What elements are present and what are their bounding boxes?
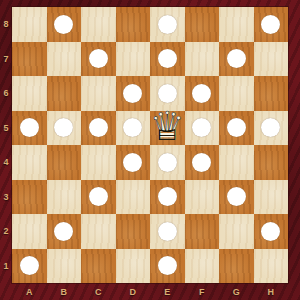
queen-move-dot-g3 bbox=[227, 187, 246, 206]
square-h7[interactable] bbox=[254, 42, 289, 77]
queen-move-dot-e1 bbox=[158, 256, 177, 275]
square-a4[interactable] bbox=[12, 145, 47, 180]
square-g3[interactable] bbox=[219, 180, 254, 215]
square-h1[interactable] bbox=[254, 249, 289, 284]
square-a5[interactable] bbox=[12, 111, 47, 146]
queen-move-dot-b8 bbox=[54, 15, 73, 34]
file-label-f: F bbox=[185, 283, 220, 300]
square-h2[interactable] bbox=[254, 214, 289, 249]
square-d4[interactable] bbox=[116, 145, 151, 180]
queen-move-dot-h8 bbox=[261, 15, 280, 34]
square-f2[interactable] bbox=[185, 214, 220, 249]
square-g2[interactable] bbox=[219, 214, 254, 249]
square-e5[interactable]: ♛♕ bbox=[150, 111, 185, 146]
queen-move-dot-d6 bbox=[123, 84, 142, 103]
square-c1[interactable] bbox=[81, 249, 116, 284]
queen-move-dot-f5 bbox=[192, 118, 211, 137]
square-f7[interactable] bbox=[185, 42, 220, 77]
file-label-c: C bbox=[81, 283, 116, 300]
square-a6[interactable] bbox=[12, 76, 47, 111]
square-d3[interactable] bbox=[116, 180, 151, 215]
square-b2[interactable] bbox=[47, 214, 82, 249]
queen-move-dot-e6 bbox=[158, 84, 177, 103]
queen-move-dot-g5 bbox=[227, 118, 246, 137]
square-g6[interactable] bbox=[219, 76, 254, 111]
chess-diagram: ♛♕ 87654321 ABCDEFGH bbox=[0, 0, 300, 300]
square-a3[interactable] bbox=[12, 180, 47, 215]
square-g8[interactable] bbox=[219, 7, 254, 42]
queen-move-dot-d5 bbox=[123, 118, 142, 137]
file-label-h: H bbox=[254, 283, 289, 300]
square-b4[interactable] bbox=[47, 145, 82, 180]
square-g7[interactable] bbox=[219, 42, 254, 77]
square-h8[interactable] bbox=[254, 7, 289, 42]
square-c3[interactable] bbox=[81, 180, 116, 215]
square-a2[interactable] bbox=[12, 214, 47, 249]
square-e1[interactable] bbox=[150, 249, 185, 284]
square-c6[interactable] bbox=[81, 76, 116, 111]
queen-move-dot-a5 bbox=[20, 118, 39, 137]
rank-label-5: 5 bbox=[0, 111, 12, 146]
rank-label-1: 1 bbox=[0, 249, 12, 284]
square-f4[interactable] bbox=[185, 145, 220, 180]
white-queen[interactable]: ♛♕ bbox=[150, 111, 185, 146]
file-label-a: A bbox=[12, 283, 47, 300]
square-f8[interactable] bbox=[185, 7, 220, 42]
square-c5[interactable] bbox=[81, 111, 116, 146]
square-c8[interactable] bbox=[81, 7, 116, 42]
square-b6[interactable] bbox=[47, 76, 82, 111]
queen-move-dot-e7 bbox=[158, 49, 177, 68]
square-d6[interactable] bbox=[116, 76, 151, 111]
square-a8[interactable] bbox=[12, 7, 47, 42]
square-f3[interactable] bbox=[185, 180, 220, 215]
square-d8[interactable] bbox=[116, 7, 151, 42]
file-label-e: E bbox=[150, 283, 185, 300]
square-b8[interactable] bbox=[47, 7, 82, 42]
queen-move-dot-e4 bbox=[158, 153, 177, 172]
queen-move-dot-f6 bbox=[192, 84, 211, 103]
square-g5[interactable] bbox=[219, 111, 254, 146]
queen-move-dot-c7 bbox=[89, 49, 108, 68]
queen-move-dot-b2 bbox=[54, 222, 73, 241]
square-a7[interactable] bbox=[12, 42, 47, 77]
square-g1[interactable] bbox=[219, 249, 254, 284]
square-e2[interactable] bbox=[150, 214, 185, 249]
rank-label-2: 2 bbox=[0, 214, 12, 249]
square-f1[interactable] bbox=[185, 249, 220, 284]
queen-outline-glyph: ♕ bbox=[149, 106, 185, 146]
rank-label-4: 4 bbox=[0, 145, 12, 180]
square-e8[interactable] bbox=[150, 7, 185, 42]
square-b1[interactable] bbox=[47, 249, 82, 284]
file-label-d: D bbox=[116, 283, 151, 300]
square-b5[interactable] bbox=[47, 111, 82, 146]
file-label-b: B bbox=[47, 283, 82, 300]
queen-move-dot-e8 bbox=[158, 15, 177, 34]
queen-move-dot-f4 bbox=[192, 153, 211, 172]
square-h4[interactable] bbox=[254, 145, 289, 180]
rank-labels: 87654321 bbox=[0, 7, 12, 283]
square-b7[interactable] bbox=[47, 42, 82, 77]
square-e7[interactable] bbox=[150, 42, 185, 77]
square-d7[interactable] bbox=[116, 42, 151, 77]
file-labels: ABCDEFGH bbox=[12, 283, 288, 300]
square-g4[interactable] bbox=[219, 145, 254, 180]
queen-move-dot-h5 bbox=[261, 118, 280, 137]
square-d5[interactable] bbox=[116, 111, 151, 146]
square-f6[interactable] bbox=[185, 76, 220, 111]
square-d1[interactable] bbox=[116, 249, 151, 284]
square-c2[interactable] bbox=[81, 214, 116, 249]
queen-move-dot-h2 bbox=[261, 222, 280, 241]
square-c4[interactable] bbox=[81, 145, 116, 180]
square-b3[interactable] bbox=[47, 180, 82, 215]
square-h6[interactable] bbox=[254, 76, 289, 111]
square-f5[interactable] bbox=[185, 111, 220, 146]
queen-move-dot-c5 bbox=[89, 118, 108, 137]
file-label-g: G bbox=[219, 283, 254, 300]
queen-move-dot-b5 bbox=[54, 118, 73, 137]
square-c7[interactable] bbox=[81, 42, 116, 77]
queen-move-dot-e2 bbox=[158, 222, 177, 241]
square-e4[interactable] bbox=[150, 145, 185, 180]
square-d2[interactable] bbox=[116, 214, 151, 249]
rank-label-8: 8 bbox=[0, 7, 12, 42]
board: ♛♕ bbox=[12, 7, 288, 283]
square-a1[interactable] bbox=[12, 249, 47, 284]
rank-label-6: 6 bbox=[0, 76, 12, 111]
square-h3[interactable] bbox=[254, 180, 289, 215]
queen-move-dot-d4 bbox=[123, 153, 142, 172]
square-h5[interactable] bbox=[254, 111, 289, 146]
queen-move-dot-a1 bbox=[20, 256, 39, 275]
rank-label-7: 7 bbox=[0, 42, 12, 77]
queen-move-dot-c3 bbox=[89, 187, 108, 206]
queen-move-dot-e3 bbox=[158, 187, 177, 206]
square-e3[interactable] bbox=[150, 180, 185, 215]
rank-label-3: 3 bbox=[0, 180, 12, 215]
queen-move-dot-g7 bbox=[227, 49, 246, 68]
